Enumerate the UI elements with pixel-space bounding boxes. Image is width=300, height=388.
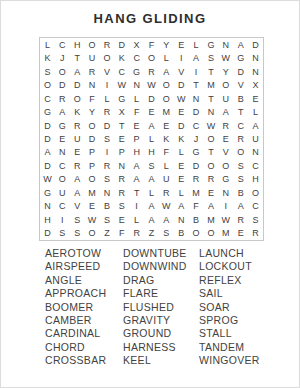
grid-cell-r4c7: N xyxy=(129,78,144,91)
grid-cell-r15c15: R xyxy=(248,227,263,240)
grid-cell-r2c9: L xyxy=(159,51,174,64)
word-item: KEEL xyxy=(123,354,199,367)
grid-cell-r1c14: A xyxy=(233,38,248,51)
grid-cell-r1c10: E xyxy=(174,38,189,51)
grid-cell-r14c10: N xyxy=(174,213,189,226)
grid-cell-r2c4: U xyxy=(85,51,100,64)
grid-cell-r11c6: R xyxy=(114,173,129,186)
grid-cell-r7c13: R xyxy=(218,119,233,132)
grid-cell-r10c15: C xyxy=(248,159,263,172)
grid-cell-r11c5: S xyxy=(99,173,114,186)
grid-cell-r2c12: S xyxy=(204,51,219,64)
grid-cell-r7c15: A xyxy=(248,119,263,132)
grid-cell-r14c12: M xyxy=(204,213,219,226)
grid-cell-r14c14: R xyxy=(233,213,248,226)
grid-cell-r10c4: P xyxy=(85,159,100,172)
grid-cell-r2c7: C xyxy=(129,51,144,64)
grid-cell-r1c15: D xyxy=(248,38,263,51)
word-item: AEROTOW xyxy=(45,247,123,260)
grid-cell-r1c8: F xyxy=(144,38,159,51)
grid-cell-r8c6: E xyxy=(114,132,129,145)
grid-cell-r10c2: C xyxy=(55,159,70,172)
grid-cell-r10c7: A xyxy=(129,159,144,172)
grid-cell-r1c2: C xyxy=(55,38,70,51)
word-item: CHORD xyxy=(45,341,123,354)
grid-cell-r13c9: W xyxy=(159,200,174,213)
grid-cell-r13c8: A xyxy=(144,200,159,213)
grid-cell-r9c1: A xyxy=(40,146,55,159)
grid-cell-r11c9: U xyxy=(159,173,174,186)
grid-cell-r11c15: H xyxy=(248,173,263,186)
grid-cell-r9c5: I xyxy=(99,146,114,159)
grid-cell-r13c14: A xyxy=(233,200,248,213)
grid-cell-r15c6: F xyxy=(114,227,129,240)
grid-cell-r6c3: K xyxy=(70,105,85,118)
grid-cell-r8c2: E xyxy=(55,132,70,145)
grid-cell-r8c13: E xyxy=(218,132,233,145)
grid-cell-r14c8: A xyxy=(144,213,159,226)
grid-cell-r14c9: A xyxy=(159,213,174,226)
grid-cell-r8c11: J xyxy=(189,132,204,145)
grid-cell-r7c1: D xyxy=(40,119,55,132)
grid-cell-r8c9: K xyxy=(159,132,174,145)
grid-cell-r7c14: C xyxy=(233,119,248,132)
grid-cell-r8c3: U xyxy=(70,132,85,145)
grid-cell-r7c8: A xyxy=(144,119,159,132)
grid-cell-r8c10: K xyxy=(174,132,189,145)
grid-cell-r3c5: V xyxy=(99,65,114,78)
grid-cell-r13c6: S xyxy=(114,200,129,213)
grid-cell-r8c14: R xyxy=(233,132,248,145)
grid-cell-r4c9: O xyxy=(159,78,174,91)
grid-cell-r10c3: R xyxy=(70,159,85,172)
grid-cell-r15c5: Z xyxy=(99,227,114,240)
grid-cell-r8c12: O xyxy=(204,132,219,145)
grid-cell-r10c8: S xyxy=(144,159,159,172)
grid-cell-r1c4: O xyxy=(85,38,100,51)
grid-cell-r4c13: O xyxy=(218,78,233,91)
grid-cell-r6c9: M xyxy=(159,105,174,118)
grid-cell-r12c8: L xyxy=(144,186,159,199)
grid-cell-r12c2: U xyxy=(55,186,70,199)
grid-cell-r3c3: A xyxy=(70,65,85,78)
word-item: DOWNTUBE xyxy=(123,247,199,260)
grid-cell-r1c11: L xyxy=(189,38,204,51)
grid-cell-r11c3: A xyxy=(70,173,85,186)
grid-cell-r10c6: N xyxy=(114,159,129,172)
letter-grid: LCHORDXFYELGNADKJTUOKCOLIASWGNSOARVCGRAV… xyxy=(39,37,264,241)
grid-cell-r9c7: H xyxy=(129,146,144,159)
word-list-column-1: AEROTOWAIRSPEEDANGLEAPPROACHBOOMERCAMBER… xyxy=(45,247,123,368)
grid-cell-r12c5: N xyxy=(99,186,114,199)
grid-cell-r10c12: O xyxy=(204,159,219,172)
grid-cell-r11c7: A xyxy=(129,173,144,186)
grid-cell-r9c11: G xyxy=(189,146,204,159)
grid-cell-r12c4: M xyxy=(85,186,100,199)
grid-cell-r14c6: E xyxy=(114,213,129,226)
grid-cell-r3c4: R xyxy=(85,65,100,78)
grid-cell-r15c9: S xyxy=(159,227,174,240)
grid-cell-r12c12: E xyxy=(204,186,219,199)
grid-cell-r12c15: O xyxy=(248,186,263,199)
grid-cell-r2c3: T xyxy=(70,51,85,64)
grid-cell-r15c10: B xyxy=(174,227,189,240)
grid-cell-r4c2: D xyxy=(55,78,70,91)
grid-cell-r5c8: D xyxy=(144,92,159,105)
grid-cell-r13c2: C xyxy=(55,200,70,213)
word-item: SAIL xyxy=(199,287,285,300)
grid-cell-r3c7: G xyxy=(129,65,144,78)
grid-cell-r4c10: D xyxy=(174,78,189,91)
grid-cell-r13c13: I xyxy=(218,200,233,213)
grid-cell-r6c6: X xyxy=(114,105,129,118)
grid-cell-r9c6: P xyxy=(114,146,129,159)
grid-cell-r1c1: L xyxy=(40,38,55,51)
word-item: REFLEX xyxy=(199,274,285,287)
word-item: GRAVITY xyxy=(123,314,199,327)
grid-cell-r14c2: I xyxy=(55,213,70,226)
grid-cell-r15c4: O xyxy=(85,227,100,240)
grid-cell-r10c14: S xyxy=(233,159,248,172)
grid-cell-r14c7: L xyxy=(129,213,144,226)
word-item: WINGOVER xyxy=(199,354,285,367)
grid-cell-r4c11: T xyxy=(189,78,204,91)
grid-cell-r6c2: A xyxy=(55,105,70,118)
grid-cell-r3c1: S xyxy=(40,65,55,78)
grid-cell-r7c9: E xyxy=(159,119,174,132)
grid-cell-r5c5: L xyxy=(99,92,114,105)
grid-cell-r3c9: A xyxy=(159,65,174,78)
grid-cell-r1c12: G xyxy=(204,38,219,51)
grid-cell-r9c2: N xyxy=(55,146,70,159)
grid-cell-r2c14: G xyxy=(233,51,248,64)
grid-cell-r13c3: V xyxy=(70,200,85,213)
grid-cell-r1c13: N xyxy=(218,38,233,51)
grid-cell-r6c12: N xyxy=(204,105,219,118)
grid-cell-r3c15: N xyxy=(248,65,263,78)
grid-cell-r11c8: A xyxy=(144,173,159,186)
grid-cell-r14c13: W xyxy=(218,213,233,226)
grid-cell-r3c13: Y xyxy=(218,65,233,78)
grid-cell-r15c13: M xyxy=(218,227,233,240)
grid-cell-r7c6: T xyxy=(114,119,129,132)
grid-cell-r3c10: V xyxy=(174,65,189,78)
grid-cell-r9c14: O xyxy=(233,146,248,159)
grid-cell-r15c14: E xyxy=(233,227,248,240)
word-item: DRAG xyxy=(123,274,199,287)
grid-cell-r4c1: O xyxy=(40,78,55,91)
grid-cell-r10c9: L xyxy=(159,159,174,172)
grid-cell-r9c10: L xyxy=(174,146,189,159)
grid-cell-r13c11: F xyxy=(189,200,204,213)
grid-cell-r3c11: I xyxy=(189,65,204,78)
word-item: BOOMER xyxy=(45,301,123,314)
grid-cell-r15c3: S xyxy=(70,227,85,240)
grid-cell-r13c12: A xyxy=(204,200,219,213)
grid-cell-r2c10: I xyxy=(174,51,189,64)
grid-cell-r7c3: R xyxy=(70,119,85,132)
grid-cell-r6c11: D xyxy=(189,105,204,118)
grid-cell-r12c9: R xyxy=(159,186,174,199)
grid-cell-r10c11: D xyxy=(189,159,204,172)
word-item: HARNESS xyxy=(123,341,199,354)
grid-cell-r8c5: S xyxy=(99,132,114,145)
grid-cell-r11c10: E xyxy=(174,173,189,186)
grid-cell-r2c8: O xyxy=(144,51,159,64)
grid-cell-r2c15: N xyxy=(248,51,263,64)
word-item: LOCKOUT xyxy=(199,260,285,273)
grid-cell-r7c12: W xyxy=(204,119,219,132)
grid-cell-r4c4: N xyxy=(85,78,100,91)
grid-cell-r2c11: A xyxy=(189,51,204,64)
grid-cell-r5c11: N xyxy=(189,92,204,105)
grid-cell-r5c12: T xyxy=(204,92,219,105)
grid-cell-r9c15: N xyxy=(248,146,263,159)
grid-cell-r3c2: O xyxy=(55,65,70,78)
word-item: STALL xyxy=(199,327,285,340)
grid-cell-r9c9: F xyxy=(159,146,174,159)
grid-cell-r13c10: A xyxy=(174,200,189,213)
grid-cell-r2c5: O xyxy=(99,51,114,64)
grid-cell-r2c1: K xyxy=(40,51,55,64)
grid-cell-r13c1: N xyxy=(40,200,55,213)
grid-cell-r11c11: R xyxy=(189,173,204,186)
grid-cell-r5c9: O xyxy=(159,92,174,105)
grid-cell-r5c3: O xyxy=(70,92,85,105)
word-item: CROSSBAR xyxy=(45,354,123,367)
grid-cell-r3c6: C xyxy=(114,65,129,78)
grid-cell-r10c5: R xyxy=(99,159,114,172)
grid-cell-r14c4: W xyxy=(85,213,100,226)
grid-cell-r15c7: R xyxy=(129,227,144,240)
grid-cell-r12c10: L xyxy=(174,186,189,199)
grid-cell-r15c1: D xyxy=(40,227,55,240)
word-item: SOAR xyxy=(199,301,285,314)
word-item: DOWNWIND xyxy=(123,260,199,273)
word-list-column-2: DOWNTUBEDOWNWINDDRAGFLAREFLUSHEDGRAVITYG… xyxy=(123,247,199,368)
grid-cell-r9c8: H xyxy=(144,146,159,159)
grid-cell-r4c8: W xyxy=(144,78,159,91)
grid-cell-r4c14: V xyxy=(233,78,248,91)
grid-cell-r4c5: I xyxy=(99,78,114,91)
grid-cell-r10c10: E xyxy=(174,159,189,172)
word-item: FLARE xyxy=(123,287,199,300)
grid-cell-r10c13: O xyxy=(218,159,233,172)
grid-cell-r9c13: V xyxy=(218,146,233,159)
grid-cell-r4c3: D xyxy=(70,78,85,91)
grid-cell-r2c13: W xyxy=(218,51,233,64)
grid-cell-r1c7: X xyxy=(129,38,144,51)
grid-cell-r14c3: S xyxy=(70,213,85,226)
grid-cell-r7c7: E xyxy=(129,119,144,132)
grid-cell-r6c15: L xyxy=(248,105,263,118)
grid-cell-r2c2: J xyxy=(55,51,70,64)
grid-cell-r12c1: G xyxy=(40,186,55,199)
grid-cell-r2c6: K xyxy=(114,51,129,64)
grid-cell-r4c12: M xyxy=(204,78,219,91)
grid-cell-r11c12: R xyxy=(204,173,219,186)
word-item: SPROG xyxy=(199,314,285,327)
grid-cell-r14c5: S xyxy=(99,213,114,226)
grid-cell-r9c12: T xyxy=(204,146,219,159)
word-item: TANDEM xyxy=(199,341,285,354)
grid-cell-r4c15: X xyxy=(248,78,263,91)
grid-cell-r12c11: M xyxy=(189,186,204,199)
grid-cell-r6c7: F xyxy=(129,105,144,118)
grid-cell-r5c6: G xyxy=(114,92,129,105)
grid-cell-r8c7: P xyxy=(129,132,144,145)
grid-cell-r15c2: S xyxy=(55,227,70,240)
grid-cell-r9c3: E xyxy=(70,146,85,159)
word-item: FLUSHED xyxy=(123,301,199,314)
grid-cell-r13c7: I xyxy=(129,200,144,213)
grid-cell-r6c10: E xyxy=(174,105,189,118)
grid-cell-r12c7: T xyxy=(129,186,144,199)
grid-cell-r5c13: U xyxy=(218,92,233,105)
grid-cell-r10c1: D xyxy=(40,159,55,172)
word-item: AIRSPEED xyxy=(45,260,123,273)
grid-cell-r11c13: G xyxy=(218,173,233,186)
word-item: APPROACH xyxy=(45,287,123,300)
grid-cell-r3c14: D xyxy=(233,65,248,78)
grid-cell-r8c1: D xyxy=(40,132,55,145)
grid-cell-r3c12: T xyxy=(204,65,219,78)
grid-cell-r7c10: D xyxy=(174,119,189,132)
grid-cell-r3c8: R xyxy=(144,65,159,78)
grid-cell-r12c14: B xyxy=(233,186,248,199)
grid-cell-r8c4: D xyxy=(85,132,100,145)
grid-cell-r11c1: W xyxy=(40,173,55,186)
grid-cell-r6c8: E xyxy=(144,105,159,118)
word-list: AEROTOWAIRSPEEDANGLEAPPROACHBOOMERCAMBER… xyxy=(45,247,285,368)
grid-cell-r1c6: D xyxy=(114,38,129,51)
word-item: CARDINAL xyxy=(45,327,123,340)
grid-cell-r7c5: D xyxy=(99,119,114,132)
word-item: LAUNCH xyxy=(199,247,285,260)
grid-cell-r6c5: R xyxy=(99,105,114,118)
word-list-column-3: LAUNCHLOCKOUTREFLEXSAILSOARSPROGSTALLTAN… xyxy=(199,247,285,368)
grid-cell-r13c15: C xyxy=(248,200,263,213)
grid-cell-r5c2: R xyxy=(55,92,70,105)
grid-cell-r15c11: O xyxy=(189,227,204,240)
word-item: CAMBER xyxy=(45,314,123,327)
puzzle-title: HANG GLIDING xyxy=(1,11,299,26)
grid-cell-r7c4: O xyxy=(85,119,100,132)
grid-cell-r7c2: G xyxy=(55,119,70,132)
grid-cell-r8c15: U xyxy=(248,132,263,145)
grid-cell-r12c3: A xyxy=(70,186,85,199)
grid-cell-r14c1: H xyxy=(40,213,55,226)
grid-cell-r5c4: F xyxy=(85,92,100,105)
grid-cell-r1c9: Y xyxy=(159,38,174,51)
grid-cell-r14c15: S xyxy=(248,213,263,226)
grid-cell-r13c5: B xyxy=(99,200,114,213)
grid-cell-r11c4: O xyxy=(85,173,100,186)
grid-cell-r1c5: R xyxy=(99,38,114,51)
word-item: ANGLE xyxy=(45,274,123,287)
grid-cell-r6c14: T xyxy=(233,105,248,118)
grid-cell-r6c13: A xyxy=(218,105,233,118)
grid-cell-r5c10: W xyxy=(174,92,189,105)
grid-cell-r12c6: R xyxy=(114,186,129,199)
grid-cell-r13c4: E xyxy=(85,200,100,213)
grid-cell-r5c7: L xyxy=(129,92,144,105)
grid-cell-r11c2: O xyxy=(55,173,70,186)
grid-cell-r1c3: H xyxy=(70,38,85,51)
grid-cell-r14c11: B xyxy=(189,213,204,226)
grid-cell-r6c4: Y xyxy=(85,105,100,118)
grid-cell-r7c11: C xyxy=(189,119,204,132)
grid-cell-r15c12: O xyxy=(204,227,219,240)
grid-cell-r6c1: G xyxy=(40,105,55,118)
word-item: GROUND xyxy=(123,327,199,340)
grid-cell-r12c13: N xyxy=(218,186,233,199)
grid-cell-r4c6: W xyxy=(114,78,129,91)
grid-cell-r5c1: C xyxy=(40,92,55,105)
grid-cell-r8c8: L xyxy=(144,132,159,145)
grid-cell-r15c8: Z xyxy=(144,227,159,240)
grid-cell-r5c14: B xyxy=(233,92,248,105)
grid-cell-r11c14: S xyxy=(233,173,248,186)
grid-cell-r5c15: E xyxy=(248,92,263,105)
grid-cell-r9c4: P xyxy=(85,146,100,159)
